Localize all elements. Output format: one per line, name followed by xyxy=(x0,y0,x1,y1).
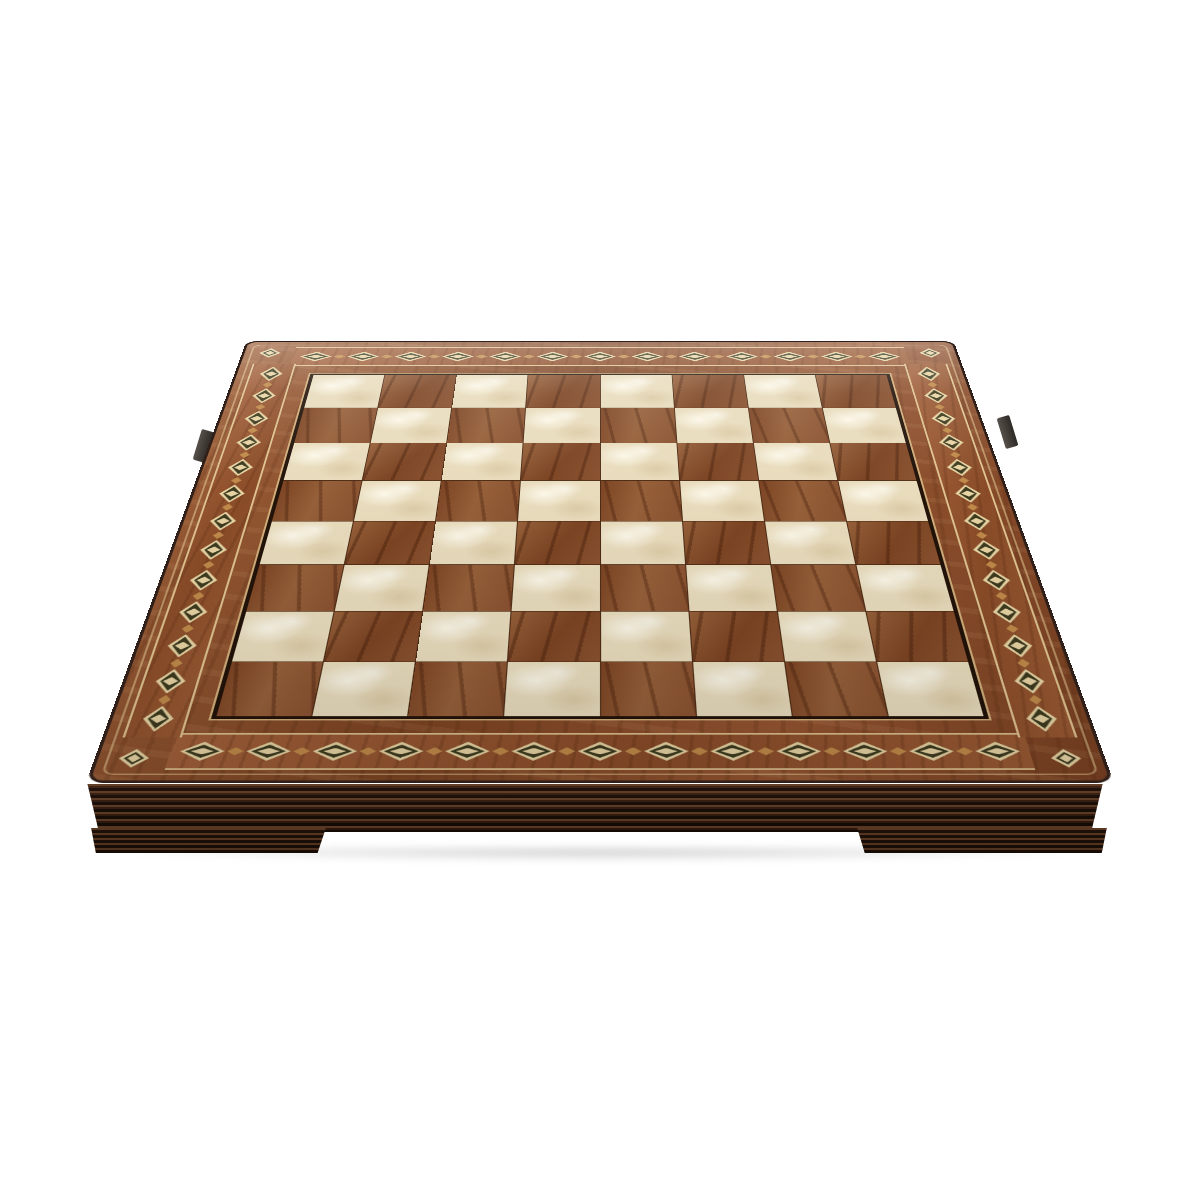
inlay-diamond-small xyxy=(191,592,205,600)
inlay-diamond-large xyxy=(867,352,902,362)
inlay-diamond-large xyxy=(775,742,822,761)
chess-board xyxy=(86,341,1114,783)
inlay-diamond-large xyxy=(584,352,616,362)
inlay-diamond-small xyxy=(202,561,216,569)
square-e2 xyxy=(601,611,692,661)
square-e1 xyxy=(601,662,696,716)
square-d2 xyxy=(508,611,599,661)
inlay-diamond-small xyxy=(238,452,250,458)
inlay-diamond-large xyxy=(536,352,568,362)
inlay-diamond-large xyxy=(961,512,993,531)
inlay-diamond-small xyxy=(955,747,974,755)
inlay-diamond-large xyxy=(175,601,210,623)
square-e5 xyxy=(600,481,681,521)
square-h5 xyxy=(838,481,928,521)
inlay-diamond-large xyxy=(186,570,220,591)
square-h2 xyxy=(866,611,968,661)
inlay-diamond-small xyxy=(523,354,535,358)
square-f6 xyxy=(677,443,758,480)
inlay-diamond-small xyxy=(994,592,1008,600)
playing-field xyxy=(216,375,983,716)
inlay-diamond-large xyxy=(250,388,278,403)
inlay-diamond-large xyxy=(820,352,854,362)
square-d8 xyxy=(526,375,599,408)
square-a5 xyxy=(272,481,362,521)
inlay-band-top xyxy=(290,347,910,366)
square-d7 xyxy=(524,408,600,443)
square-f7 xyxy=(675,408,753,443)
inlay-diamond-large xyxy=(377,742,424,761)
inlay-diamond-small xyxy=(226,747,245,755)
square-c7 xyxy=(447,408,525,443)
square-a6 xyxy=(284,443,370,480)
inlay-diamond-small xyxy=(230,477,243,484)
inlay-diamond-small xyxy=(927,382,939,388)
inlay-diamond-small xyxy=(854,354,867,358)
inlay-diamond-small xyxy=(570,354,582,358)
inlay-diamond-large xyxy=(216,485,247,503)
inlay-diamond-small xyxy=(428,354,441,358)
inlay-diamond-large xyxy=(1022,706,1061,732)
square-h6 xyxy=(830,443,916,480)
inlay-diamond-small xyxy=(934,404,946,410)
inlay-diamond-small xyxy=(823,747,841,755)
inlay-diamond-small xyxy=(889,747,908,755)
square-d1 xyxy=(505,662,600,716)
square-h3 xyxy=(856,565,953,611)
square-h7 xyxy=(823,408,906,443)
inlay-diamond-large xyxy=(197,540,230,560)
square-g4 xyxy=(765,521,855,564)
inlay-diamond-large xyxy=(242,411,271,427)
square-d6 xyxy=(521,443,599,480)
inlay-diamond-large xyxy=(678,352,711,362)
inlay-diamond-small xyxy=(984,561,998,569)
inlay-diamond-large xyxy=(578,742,623,761)
square-d3 xyxy=(512,565,599,611)
square-h8 xyxy=(816,375,896,408)
inlay-diamond-large xyxy=(311,742,359,761)
inlay-diamond-large xyxy=(244,742,293,761)
field-outline xyxy=(211,374,989,719)
inlay-diamond-large xyxy=(944,459,974,476)
square-c3 xyxy=(423,565,514,611)
square-a4 xyxy=(260,521,353,564)
inlay-diamond-small xyxy=(665,354,677,358)
square-b7 xyxy=(371,408,452,443)
inlay-diamond-large xyxy=(152,669,190,693)
square-c4 xyxy=(430,521,517,564)
square-a7 xyxy=(294,408,377,443)
square-e8 xyxy=(600,375,673,408)
square-b1 xyxy=(312,662,415,716)
inlay-diamond-large xyxy=(953,485,984,503)
inlay-diamond-large xyxy=(726,352,759,362)
inlay-diamond-large xyxy=(915,367,942,381)
side-clasp-right xyxy=(997,415,1019,449)
inlay-diamond-small xyxy=(975,532,989,539)
square-f8 xyxy=(672,375,747,408)
inlay-diamond-small xyxy=(262,382,274,388)
inlay-diamond-small xyxy=(618,354,630,358)
square-b8 xyxy=(378,375,456,408)
square-e3 xyxy=(601,565,688,611)
inlay-diamond-small xyxy=(949,452,961,458)
square-g8 xyxy=(744,375,822,408)
field-border xyxy=(208,373,992,721)
inlay-diamond-small xyxy=(941,427,953,433)
inlay-diamond-small xyxy=(333,354,346,358)
square-f3 xyxy=(686,565,777,611)
inlay-diamond-large xyxy=(1011,669,1049,693)
board-foot-right xyxy=(856,828,1108,853)
inlay-diamond-large xyxy=(979,570,1013,591)
square-h4 xyxy=(847,521,940,564)
inlay-diamond-large xyxy=(1000,634,1036,657)
inlay-diamond-large xyxy=(710,742,756,761)
square-a8 xyxy=(304,375,384,408)
inlay-diamond-large xyxy=(970,540,1003,560)
inlay-diamond-small xyxy=(712,354,724,358)
square-f4 xyxy=(683,521,770,564)
inlay-diamond-small xyxy=(957,477,970,484)
square-g1 xyxy=(785,662,888,716)
square-g2 xyxy=(778,611,876,661)
inlay-diamond-large xyxy=(922,388,950,403)
square-g3 xyxy=(771,565,865,611)
inlay-diamond-large xyxy=(346,352,380,362)
inlay-band-bottom xyxy=(165,733,1036,770)
inlay-diamond-small xyxy=(247,427,259,433)
inlay-diamond-small xyxy=(169,659,184,668)
inlay-diamond-large xyxy=(444,742,490,761)
board-base-molding xyxy=(74,784,1114,832)
square-b3 xyxy=(335,565,429,611)
inlay-diamond-large xyxy=(773,352,807,362)
square-e4 xyxy=(601,521,685,564)
inlay-diamond-large xyxy=(973,742,1023,761)
square-d4 xyxy=(515,521,599,564)
inlay-diamond-large xyxy=(139,706,178,732)
square-f2 xyxy=(689,611,784,661)
square-b2 xyxy=(324,611,422,661)
inlay-diamond-large xyxy=(841,742,889,761)
square-a1 xyxy=(216,662,322,716)
inlay-diamond-large xyxy=(207,512,239,531)
inlay-diamond-large xyxy=(489,352,522,362)
square-e7 xyxy=(600,408,676,443)
square-b4 xyxy=(345,521,435,564)
inlay-diamond-small xyxy=(180,624,195,633)
inlay-diamond-large xyxy=(929,411,958,427)
inlay-diamond-large xyxy=(631,352,663,362)
inlay-diamond-small xyxy=(492,747,509,755)
square-b5 xyxy=(354,481,441,521)
inlay-diamond-small xyxy=(221,504,234,511)
inlay-diamond-small xyxy=(757,747,775,755)
square-c5 xyxy=(436,481,520,521)
inlay-diamond-large xyxy=(257,367,284,381)
square-g7 xyxy=(749,408,830,443)
product-photo-canvas xyxy=(0,0,1200,1200)
inlay-diamond-large xyxy=(511,742,556,761)
inlay-diamond-small xyxy=(966,504,979,511)
inlay-diamond-large xyxy=(177,742,227,761)
inlay-diamond-large xyxy=(234,434,264,450)
inlay-diamond-small xyxy=(558,747,575,755)
inlay-diamond-small xyxy=(1028,695,1044,705)
square-a2 xyxy=(232,611,334,661)
square-d5 xyxy=(518,481,599,521)
square-e6 xyxy=(600,443,678,480)
inlay-diamond-large xyxy=(225,459,255,476)
inlay-diamond-small xyxy=(759,354,772,358)
inlay-diamond-large xyxy=(164,634,200,657)
inlay-diamond-large xyxy=(441,352,474,362)
inlay-diamond-large xyxy=(907,742,956,761)
square-c1 xyxy=(409,662,508,716)
board-foot-left xyxy=(90,828,327,853)
square-f1 xyxy=(693,662,792,716)
square-a3 xyxy=(246,565,343,611)
inlay-diamond-small xyxy=(359,747,377,755)
inlay-diamond-small xyxy=(254,404,266,410)
inlay-diamond-small xyxy=(425,747,443,755)
inlay-diamond-large xyxy=(644,742,689,761)
inlay-diamond-small xyxy=(807,354,820,358)
inlay-diamond-small xyxy=(691,747,708,755)
square-c2 xyxy=(416,611,511,661)
inlay-diamond-small xyxy=(1016,659,1031,668)
inlay-diamond-large xyxy=(394,352,428,362)
inlay-diamond-small xyxy=(475,354,487,358)
inlay-diamond-small xyxy=(1005,624,1020,633)
square-g5 xyxy=(759,481,846,521)
inlay-diamond-small xyxy=(292,747,311,755)
square-f5 xyxy=(680,481,764,521)
inlay-diamond-small xyxy=(625,747,642,755)
inlay-diamond-large xyxy=(298,352,333,362)
square-h1 xyxy=(877,662,983,716)
square-b6 xyxy=(363,443,447,480)
inlay-diamond-small xyxy=(380,354,393,358)
square-g6 xyxy=(754,443,838,480)
square-c6 xyxy=(442,443,523,480)
inlay-diamond-small xyxy=(212,532,226,539)
inlay-diamond-large xyxy=(937,434,967,450)
square-c8 xyxy=(452,375,527,408)
inlay-diamond-large xyxy=(989,601,1024,623)
inlay-diamond-small xyxy=(157,695,173,705)
